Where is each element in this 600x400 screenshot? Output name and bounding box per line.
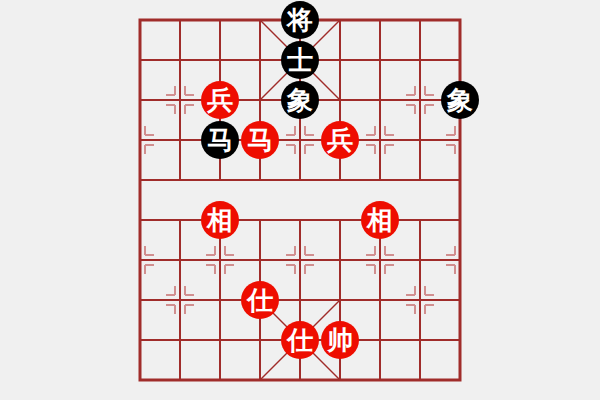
xiangqi-diagram: 将士兵象象马马兵相相仕仕帅 [0,0,600,400]
red-horse[interactable]: 马 [241,121,279,159]
red-advisor[interactable]: 仕 [241,281,279,319]
black-elephant[interactable]: 象 [441,81,479,119]
black-horse[interactable]: 马 [201,121,239,159]
red-soldier[interactable]: 兵 [321,121,359,159]
black-advisor[interactable]: 士 [281,41,319,79]
black-elephant[interactable]: 象 [281,81,319,119]
xiangqi-board[interactable]: 将士兵象象马马兵相相仕仕帅 [0,0,600,400]
red-elephant[interactable]: 相 [361,201,399,239]
red-advisor[interactable]: 仕 [281,321,319,359]
black-general[interactable]: 将 [281,1,319,39]
red-elephant[interactable]: 相 [201,201,239,239]
red-soldier[interactable]: 兵 [201,81,239,119]
red-general[interactable]: 帅 [321,321,359,359]
